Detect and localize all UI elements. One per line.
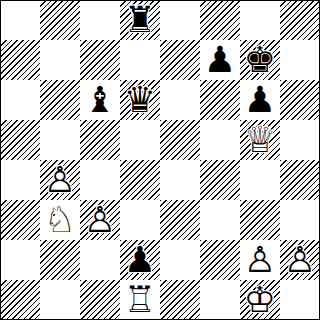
piece-white-pawn[interactable]: ♟♙ (280, 240, 320, 280)
square-d2[interactable]: ♟♟ (120, 240, 160, 280)
square-a6[interactable] (0, 80, 40, 120)
square-g8[interactable] (240, 0, 280, 40)
piece-glyph: ♟ (204, 39, 236, 80)
piece-glyph: ♝ (84, 79, 116, 120)
square-c5[interactable] (80, 120, 120, 160)
piece-glyph: ♔ (244, 279, 276, 320)
square-c6[interactable]: ♝♝ (80, 80, 120, 120)
square-b1[interactable] (40, 280, 80, 320)
piece-glyph: ♙ (44, 159, 76, 200)
piece-black-queen[interactable]: ♛♛ (120, 80, 160, 120)
square-g3[interactable] (240, 200, 280, 240)
piece-black-bishop[interactable]: ♝♝ (80, 80, 120, 120)
square-g5[interactable]: ♛♕ (240, 120, 280, 160)
piece-black-pawn[interactable]: ♟♟ (120, 240, 160, 280)
piece-white-knight[interactable]: ♞♘ (40, 200, 80, 240)
square-f3[interactable] (200, 200, 240, 240)
piece-glyph: ♜ (124, 0, 156, 40)
square-d7[interactable] (120, 40, 160, 80)
square-f8[interactable] (200, 0, 240, 40)
piece-white-pawn[interactable]: ♟♙ (40, 160, 80, 200)
piece-black-pawn[interactable]: ♟♟ (200, 40, 240, 80)
square-d5[interactable] (120, 120, 160, 160)
square-e7[interactable] (160, 40, 200, 80)
square-e2[interactable] (160, 240, 200, 280)
square-h6[interactable] (280, 80, 320, 120)
square-h5[interactable] (280, 120, 320, 160)
square-b8[interactable] (40, 0, 80, 40)
square-a3[interactable] (0, 200, 40, 240)
square-g1[interactable]: ♚♔ (240, 280, 280, 320)
piece-glyph: ♙ (84, 199, 116, 240)
square-b6[interactable] (40, 80, 80, 120)
square-f6[interactable] (200, 80, 240, 120)
piece-white-queen[interactable]: ♛♕ (240, 120, 280, 160)
square-h7[interactable] (280, 40, 320, 80)
square-b4[interactable]: ♟♙ (40, 160, 80, 200)
square-c8[interactable] (80, 0, 120, 40)
square-a7[interactable] (0, 40, 40, 80)
square-a2[interactable] (0, 240, 40, 280)
square-f7[interactable]: ♟♟ (200, 40, 240, 80)
piece-white-king[interactable]: ♚♔ (240, 280, 280, 320)
square-d4[interactable] (120, 160, 160, 200)
square-e5[interactable] (160, 120, 200, 160)
square-g4[interactable] (240, 160, 280, 200)
piece-glyph: ♚ (244, 39, 276, 80)
piece-glyph: ♛ (124, 79, 156, 120)
square-d6[interactable]: ♛♛ (120, 80, 160, 120)
square-g2[interactable]: ♟♙ (240, 240, 280, 280)
square-f5[interactable] (200, 120, 240, 160)
square-e6[interactable] (160, 80, 200, 120)
square-h8[interactable] (280, 0, 320, 40)
square-c4[interactable] (80, 160, 120, 200)
piece-white-pawn[interactable]: ♟♙ (80, 200, 120, 240)
square-b5[interactable] (40, 120, 80, 160)
square-b3[interactable]: ♞♘ (40, 200, 80, 240)
piece-glyph: ♟ (124, 239, 156, 280)
square-d1[interactable]: ♜♖ (120, 280, 160, 320)
square-g7[interactable]: ♚♚ (240, 40, 280, 80)
square-h3[interactable] (280, 200, 320, 240)
piece-glyph: ♙ (284, 239, 316, 280)
square-a1[interactable] (0, 280, 40, 320)
square-a4[interactable] (0, 160, 40, 200)
square-f2[interactable] (200, 240, 240, 280)
piece-glyph: ♖ (124, 279, 156, 320)
piece-glyph: ♟ (244, 79, 276, 120)
square-f1[interactable] (200, 280, 240, 320)
square-c1[interactable] (80, 280, 120, 320)
piece-black-king[interactable]: ♚♚ (240, 40, 280, 80)
piece-glyph: ♙ (244, 239, 276, 280)
piece-black-pawn[interactable]: ♟♟ (240, 80, 280, 120)
square-f4[interactable] (200, 160, 240, 200)
square-g6[interactable]: ♟♟ (240, 80, 280, 120)
square-e3[interactable] (160, 200, 200, 240)
square-a8[interactable] (0, 0, 40, 40)
square-d3[interactable] (120, 200, 160, 240)
chess-board: ♜♜♟♟♚♚♝♝♛♛♟♟♛♕♟♙♞♘♟♙♟♟♟♙♟♙♜♖♚♔ (0, 0, 320, 320)
piece-black-rook[interactable]: ♜♜ (120, 0, 160, 40)
piece-white-rook[interactable]: ♜♖ (120, 280, 160, 320)
square-a5[interactable] (0, 120, 40, 160)
square-d8[interactable]: ♜♜ (120, 0, 160, 40)
square-c7[interactable] (80, 40, 120, 80)
square-h1[interactable] (280, 280, 320, 320)
square-e1[interactable] (160, 280, 200, 320)
piece-glyph: ♕ (244, 119, 276, 160)
piece-white-pawn[interactable]: ♟♙ (240, 240, 280, 280)
square-h2[interactable]: ♟♙ (280, 240, 320, 280)
square-b2[interactable] (40, 240, 80, 280)
square-e4[interactable] (160, 160, 200, 200)
square-b7[interactable] (40, 40, 80, 80)
square-h4[interactable] (280, 160, 320, 200)
square-c3[interactable]: ♟♙ (80, 200, 120, 240)
square-c2[interactable] (80, 240, 120, 280)
piece-glyph: ♘ (44, 199, 76, 240)
square-e8[interactable] (160, 0, 200, 40)
